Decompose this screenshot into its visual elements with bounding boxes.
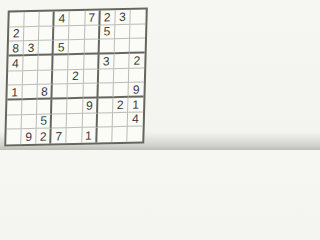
cell-r4c4[interactable]	[54, 55, 70, 70]
cell-r2c4[interactable]	[54, 26, 70, 41]
cell-r7c3[interactable]	[37, 100, 53, 115]
given-digit: 2	[104, 11, 111, 23]
cell-r2c9[interactable]	[130, 24, 146, 39]
cell-r5c9[interactable]	[129, 68, 145, 83]
cell-r4c7[interactable]: 3	[99, 54, 115, 69]
cell-r7c7[interactable]	[98, 98, 114, 113]
cell-r3c1[interactable]: 8	[9, 42, 25, 57]
cell-r3c5[interactable]	[69, 40, 85, 55]
given-digit: 8	[12, 42, 19, 54]
cell-r7c5[interactable]	[67, 99, 83, 114]
cell-r1c3[interactable]	[40, 12, 56, 27]
cell-r2c2[interactable]	[24, 27, 40, 42]
cell-r8c7[interactable]	[97, 113, 113, 128]
cell-r3c7[interactable]	[99, 39, 115, 54]
cell-r6c2[interactable]	[23, 85, 39, 100]
cell-r1c6[interactable]: 7	[85, 10, 101, 25]
cell-r3c3[interactable]	[39, 41, 55, 56]
cell-r5c2[interactable]	[23, 71, 39, 86]
cell-r9c2[interactable]: 9	[21, 129, 37, 144]
cell-r2c8[interactable]	[115, 24, 131, 39]
cell-r8c4[interactable]	[52, 114, 68, 129]
given-digit: 3	[119, 11, 126, 23]
given-digit: 5	[103, 26, 110, 38]
cell-r6c8[interactable]	[113, 83, 129, 98]
cell-r6c3[interactable]: 8	[38, 85, 54, 100]
given-digit: 2	[72, 70, 79, 82]
cell-r6c4[interactable]	[53, 84, 69, 99]
given-digit: 7	[55, 130, 62, 142]
given-digit: 3	[27, 42, 34, 54]
given-digit: 2	[133, 54, 140, 66]
given-digit: 5	[40, 115, 47, 127]
cell-r6c5[interactable]	[68, 84, 84, 99]
cell-r6c6[interactable]	[83, 84, 99, 99]
cell-r9c3[interactable]: 2	[36, 129, 52, 144]
cell-r5c1[interactable]	[8, 71, 24, 86]
cell-r7c8[interactable]: 2	[113, 98, 129, 113]
cell-r1c8[interactable]: 3	[115, 10, 131, 25]
cell-r7c1[interactable]	[7, 100, 23, 115]
cell-r8c5[interactable]	[67, 113, 83, 128]
cell-r3c9[interactable]	[129, 39, 145, 54]
cell-r2c3[interactable]	[39, 26, 55, 41]
cell-r2c6[interactable]	[85, 25, 101, 40]
given-digit: 3	[103, 55, 110, 67]
cell-r3c8[interactable]	[114, 39, 130, 54]
given-digit: 1	[132, 98, 139, 110]
given-digit: 9	[86, 99, 93, 111]
cell-r1c9[interactable]	[130, 9, 146, 24]
cell-r1c2[interactable]	[24, 12, 40, 27]
given-digit: 2	[40, 130, 47, 142]
cell-r4c3[interactable]	[38, 56, 54, 71]
cell-r7c4[interactable]	[52, 99, 68, 114]
cell-r2c7[interactable]: 5	[100, 25, 116, 40]
cell-r8c9[interactable]: 4	[128, 112, 144, 127]
given-digit: 7	[88, 11, 95, 23]
cell-r5c6[interactable]	[83, 69, 99, 84]
cell-r8c8[interactable]	[112, 112, 128, 127]
cell-r4c9[interactable]: 2	[129, 53, 145, 68]
cell-r6c9[interactable]: 9	[128, 83, 144, 98]
cell-r5c3[interactable]	[38, 70, 54, 85]
cell-r8c2[interactable]	[22, 115, 38, 130]
given-digit: 9	[25, 131, 32, 143]
cell-r7c9[interactable]: 1	[128, 97, 144, 112]
cell-r1c4[interactable]: 4	[55, 11, 71, 26]
cell-r5c8[interactable]	[114, 68, 130, 83]
given-digit: 8	[41, 85, 48, 97]
given-digit: 2	[117, 99, 124, 111]
cell-r4c6[interactable]	[84, 54, 100, 69]
cell-r9c8[interactable]	[112, 127, 128, 142]
cell-r7c6[interactable]: 9	[83, 98, 99, 113]
cell-r3c2[interactable]: 3	[24, 41, 40, 56]
given-digit: 1	[11, 86, 18, 98]
cell-r6c1[interactable]: 1	[7, 86, 23, 101]
cell-r2c1[interactable]: 2	[9, 27, 25, 42]
cell-r9c5[interactable]	[67, 128, 83, 143]
cell-r3c6[interactable]	[84, 40, 100, 55]
cell-r9c7[interactable]	[97, 127, 113, 142]
cell-r9c4[interactable]: 7	[52, 128, 68, 143]
given-digit: 2	[13, 28, 20, 40]
cell-r1c1[interactable]	[9, 12, 25, 27]
cell-r9c9[interactable]	[127, 127, 143, 142]
cell-r1c5[interactable]	[70, 11, 86, 26]
cell-r9c6[interactable]: 1	[82, 128, 98, 143]
given-digit: 4	[58, 12, 65, 24]
given-digit: 5	[58, 41, 65, 53]
cell-r4c5[interactable]	[69, 55, 85, 70]
cell-r9c1[interactable]	[6, 130, 22, 145]
sudoku-board: 4723258354322189921549271	[4, 7, 148, 146]
cell-r5c4[interactable]	[53, 70, 69, 85]
cell-r4c8[interactable]	[114, 54, 130, 69]
cell-r6c7[interactable]	[98, 83, 114, 98]
cell-r1c7[interactable]: 2	[100, 10, 116, 25]
cell-r8c6[interactable]	[82, 113, 98, 128]
cell-r5c7[interactable]	[98, 69, 114, 84]
cell-r7c2[interactable]	[22, 100, 38, 115]
cell-r2c5[interactable]	[69, 25, 85, 40]
given-digit: 4	[132, 113, 139, 125]
cell-r8c1[interactable]	[7, 115, 23, 130]
cell-r5c5[interactable]: 2	[68, 69, 84, 84]
cell-r4c2[interactable]	[23, 56, 39, 71]
cell-r4c1[interactable]: 4	[8, 56, 24, 71]
given-digit: 4	[12, 57, 19, 69]
given-digit: 9	[133, 83, 140, 95]
given-digit: 1	[85, 129, 92, 141]
cell-r8c3[interactable]: 5	[37, 114, 53, 129]
cell-r3c4[interactable]: 5	[54, 40, 70, 55]
